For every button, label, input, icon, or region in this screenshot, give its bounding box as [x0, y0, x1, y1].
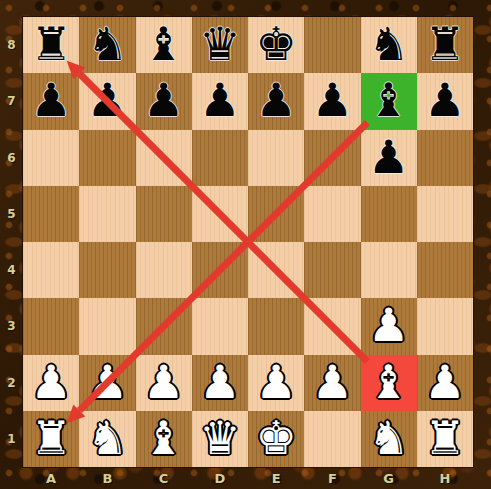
- piece-white-pawn: ♟: [199, 359, 240, 405]
- square-d2[interactable]: ♟: [192, 355, 248, 411]
- file-label-b: B: [79, 467, 135, 489]
- piece-black-bishop: ♝: [143, 21, 184, 67]
- file-label-f: F: [304, 467, 360, 489]
- piece-black-pawn: ♟: [256, 77, 297, 123]
- rank-label-6: 6: [0, 130, 23, 186]
- square-d6[interactable]: [192, 130, 248, 186]
- square-b8[interactable]: ♞: [79, 17, 135, 73]
- piece-white-pawn: ♟: [31, 359, 72, 405]
- piece-black-knight: ♞: [368, 21, 409, 67]
- square-a2[interactable]: ♟: [23, 355, 79, 411]
- square-c1[interactable]: ♝: [136, 411, 192, 467]
- square-d5[interactable]: [192, 186, 248, 242]
- square-e1[interactable]: ♚: [248, 411, 304, 467]
- piece-white-pawn: ♟: [87, 359, 128, 405]
- square-g3[interactable]: ♟: [361, 298, 417, 354]
- square-f2[interactable]: ♟: [304, 355, 360, 411]
- square-c4[interactable]: [136, 242, 192, 298]
- square-f3[interactable]: [304, 298, 360, 354]
- piece-white-rook: ♜: [424, 415, 465, 461]
- square-h8[interactable]: ♜: [417, 17, 473, 73]
- piece-black-king: ♚: [256, 21, 297, 67]
- square-d7[interactable]: ♟: [192, 73, 248, 129]
- square-h1[interactable]: ♜: [417, 411, 473, 467]
- rank-label-2: 2: [0, 355, 23, 411]
- square-c3[interactable]: [136, 298, 192, 354]
- square-g1[interactable]: ♞: [361, 411, 417, 467]
- piece-white-pawn: ♟: [368, 302, 409, 348]
- square-g4[interactable]: [361, 242, 417, 298]
- square-b1[interactable]: ♞: [79, 411, 135, 467]
- rank-label-5: 5: [0, 186, 23, 242]
- square-d4[interactable]: [192, 242, 248, 298]
- square-e7[interactable]: ♟: [248, 73, 304, 129]
- square-g5[interactable]: [361, 186, 417, 242]
- piece-white-rook: ♜: [31, 415, 72, 461]
- piece-black-pawn: ♟: [424, 77, 465, 123]
- piece-black-rook: ♜: [424, 21, 465, 67]
- square-f7[interactable]: ♟: [304, 73, 360, 129]
- square-a8[interactable]: ♜: [23, 17, 79, 73]
- square-a4[interactable]: [23, 242, 79, 298]
- rank-labels: 87654321: [0, 17, 23, 467]
- piece-black-pawn: ♟: [143, 77, 184, 123]
- square-h7[interactable]: ♟: [417, 73, 473, 129]
- rank-label-3: 3: [0, 298, 23, 354]
- square-e3[interactable]: [248, 298, 304, 354]
- rank-label-8: 8: [0, 17, 23, 73]
- square-a1[interactable]: ♜: [23, 411, 79, 467]
- square-e4[interactable]: [248, 242, 304, 298]
- square-e8[interactable]: ♚: [248, 17, 304, 73]
- piece-white-bishop: ♝: [143, 415, 184, 461]
- file-label-a: A: [23, 467, 79, 489]
- square-h5[interactable]: [417, 186, 473, 242]
- square-b7[interactable]: ♟: [79, 73, 135, 129]
- board-frame: 87654321 ABCDEFGH ♜♞♝♛♚♞♜♟♟♟♟♟♟♝♟♟♟♟♟♟♟♟…: [0, 0, 491, 489]
- file-label-g: G: [361, 467, 417, 489]
- square-c2[interactable]: ♟: [136, 355, 192, 411]
- piece-black-pawn: ♟: [31, 77, 72, 123]
- piece-white-pawn: ♟: [143, 359, 184, 405]
- piece-white-queen: ♛: [199, 415, 240, 461]
- file-label-h: H: [417, 467, 473, 489]
- chess-board: ♜♞♝♛♚♞♜♟♟♟♟♟♟♝♟♟♟♟♟♟♟♟♟♝♟♜♞♝♛♚♞♜: [23, 17, 473, 467]
- piece-black-queen: ♛: [199, 21, 240, 67]
- file-labels: ABCDEFGH: [23, 467, 473, 489]
- square-c5[interactable]: [136, 186, 192, 242]
- piece-white-knight: ♞: [87, 415, 128, 461]
- square-g8[interactable]: ♞: [361, 17, 417, 73]
- piece-white-pawn: ♟: [256, 359, 297, 405]
- square-g6[interactable]: ♟: [361, 130, 417, 186]
- square-b6[interactable]: [79, 130, 135, 186]
- rank-label-7: 7: [0, 73, 23, 129]
- file-label-d: D: [192, 467, 248, 489]
- square-b3[interactable]: [79, 298, 135, 354]
- piece-white-pawn: ♟: [424, 359, 465, 405]
- file-label-c: C: [136, 467, 192, 489]
- square-a3[interactable]: [23, 298, 79, 354]
- square-b4[interactable]: [79, 242, 135, 298]
- square-b5[interactable]: [79, 186, 135, 242]
- square-h2[interactable]: ♟: [417, 355, 473, 411]
- piece-white-knight: ♞: [368, 415, 409, 461]
- square-d3[interactable]: [192, 298, 248, 354]
- piece-black-knight: ♞: [87, 21, 128, 67]
- square-a7[interactable]: ♟: [23, 73, 79, 129]
- square-h3[interactable]: [417, 298, 473, 354]
- square-d8[interactable]: ♛: [192, 17, 248, 73]
- square-f8[interactable]: [304, 17, 360, 73]
- square-c8[interactable]: ♝: [136, 17, 192, 73]
- square-e6[interactable]: [248, 130, 304, 186]
- file-label-e: E: [248, 467, 304, 489]
- square-d1[interactable]: ♛: [192, 411, 248, 467]
- piece-black-pawn: ♟: [87, 77, 128, 123]
- piece-black-pawn: ♟: [312, 77, 353, 123]
- piece-white-pawn: ♟: [312, 359, 353, 405]
- square-g7[interactable]: ♝: [361, 73, 417, 129]
- square-f6[interactable]: [304, 130, 360, 186]
- piece-white-king: ♚: [256, 415, 297, 461]
- square-h4[interactable]: [417, 242, 473, 298]
- square-f5[interactable]: [304, 186, 360, 242]
- square-a5[interactable]: [23, 186, 79, 242]
- piece-black-pawn: ♟: [199, 77, 240, 123]
- square-a6[interactable]: [23, 130, 79, 186]
- piece-black-bishop: ♝: [368, 77, 409, 123]
- square-c6[interactable]: [136, 130, 192, 186]
- rank-label-1: 1: [0, 411, 23, 467]
- square-e2[interactable]: ♟: [248, 355, 304, 411]
- square-e5[interactable]: [248, 186, 304, 242]
- square-f1[interactable]: [304, 411, 360, 467]
- square-h6[interactable]: [417, 130, 473, 186]
- rank-label-4: 4: [0, 242, 23, 298]
- piece-black-pawn: ♟: [368, 134, 409, 180]
- square-g2[interactable]: ♝: [361, 355, 417, 411]
- square-f4[interactable]: [304, 242, 360, 298]
- square-b2[interactable]: ♟: [79, 355, 135, 411]
- piece-black-rook: ♜: [31, 21, 72, 67]
- square-c7[interactable]: ♟: [136, 73, 192, 129]
- piece-white-bishop: ♝: [368, 359, 409, 405]
